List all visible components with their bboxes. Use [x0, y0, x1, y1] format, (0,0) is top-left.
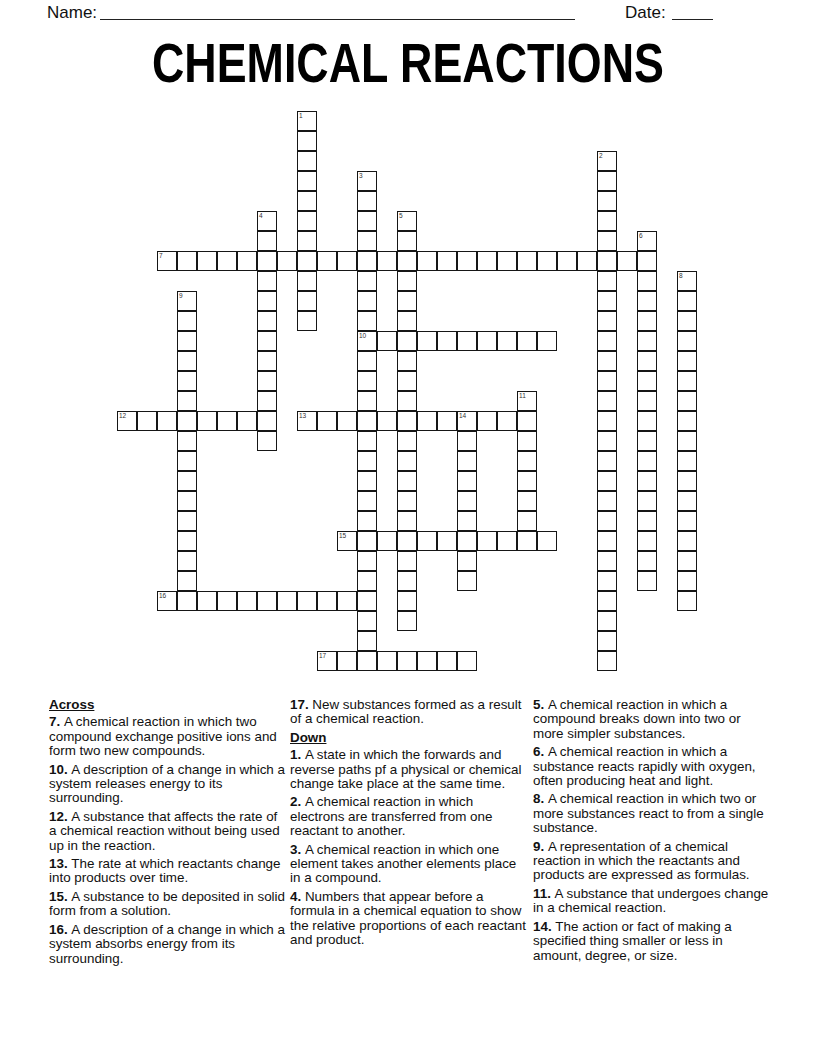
grid-cell[interactable] — [397, 571, 417, 591]
grid-cell[interactable] — [617, 251, 637, 271]
clue-item: 7. A chemical reaction in which two comp… — [49, 715, 286, 758]
grid-cell[interactable] — [277, 251, 297, 271]
grid-cell[interactable] — [197, 251, 217, 271]
grid-cell[interactable] — [417, 531, 437, 551]
grid-cell[interactable] — [377, 251, 397, 271]
grid-cell[interactable] — [517, 511, 537, 531]
clue-item: 6. A chemical reaction in which a substa… — [533, 745, 770, 788]
clue-item: 4. Numbers that appear before a formula … — [290, 890, 527, 948]
grid-cell[interactable] — [597, 491, 617, 511]
clue-item: 12. A substance that affects the rate of… — [49, 810, 286, 853]
grid-cell[interactable] — [597, 311, 617, 331]
clue-number: 13. — [49, 856, 71, 871]
grid-cell[interactable] — [677, 491, 697, 511]
grid-cell[interactable] — [397, 231, 417, 251]
grid-cell[interactable] — [257, 351, 277, 371]
clue-number: 2. — [290, 794, 305, 809]
grid-cell[interactable] — [677, 591, 697, 611]
grid-cell[interactable] — [597, 571, 617, 591]
clue-number: 15. — [49, 889, 71, 904]
crossword-grid: 1234567891011121314151617 — [117, 111, 697, 671]
grid-cell[interactable] — [437, 411, 457, 431]
grid-cell[interactable] — [637, 271, 657, 291]
grid-cell[interactable] — [357, 371, 377, 391]
grid-cell[interactable] — [177, 371, 197, 391]
grid-cell[interactable] — [457, 451, 477, 471]
grid-cell[interactable] — [237, 251, 257, 271]
grid-cell[interactable] — [637, 351, 657, 371]
grid-cell[interactable] — [397, 251, 417, 271]
grid-cell[interactable] — [517, 331, 537, 351]
grid-cell[interactable] — [357, 491, 377, 511]
grid-cell[interactable] — [397, 411, 417, 431]
grid-cell[interactable] — [577, 251, 597, 271]
grid-cell[interactable] — [257, 591, 277, 611]
grid-cell[interactable] — [297, 231, 317, 251]
clue-item: 1. A state in which the forwards and rev… — [290, 748, 527, 791]
grid-cell[interactable] — [117, 411, 137, 431]
grid-cell[interactable] — [677, 371, 697, 391]
clue-item: 17. New substances formed as a result of… — [290, 698, 527, 727]
grid-cell[interactable] — [597, 271, 617, 291]
grid-cell[interactable] — [637, 231, 657, 251]
grid-cell[interactable] — [157, 591, 177, 611]
grid-cell[interactable] — [397, 451, 417, 471]
clue-number: 6. — [533, 744, 548, 759]
grid-cell[interactable] — [517, 531, 537, 551]
clue-item: 3. A chemical reaction in which one elem… — [290, 843, 527, 886]
grid-cell[interactable] — [257, 271, 277, 291]
grid-cell[interactable] — [677, 531, 697, 551]
grid-cell[interactable] — [377, 531, 397, 551]
grid-cell[interactable] — [497, 331, 517, 351]
grid-cell[interactable] — [637, 431, 657, 451]
grid-cell[interactable] — [457, 431, 477, 451]
grid-cell[interactable] — [257, 211, 277, 231]
grid-cell[interactable] — [637, 511, 657, 531]
grid-cell[interactable] — [597, 591, 617, 611]
grid-cell[interactable] — [397, 431, 417, 451]
grid-cell[interactable] — [517, 411, 537, 431]
clue-column: Across7. A chemical reaction in which tw… — [49, 698, 286, 970]
grid-cell[interactable] — [437, 651, 457, 671]
grid-cell[interactable] — [357, 591, 377, 611]
grid-cell[interactable] — [357, 391, 377, 411]
grid-cell[interactable] — [397, 491, 417, 511]
grid-cell[interactable] — [297, 211, 317, 231]
grid-cell[interactable] — [677, 331, 697, 351]
grid-cell[interactable] — [177, 551, 197, 571]
grid-cell[interactable] — [637, 471, 657, 491]
grid-cell[interactable] — [637, 391, 657, 411]
grid-cell[interactable] — [477, 251, 497, 271]
grid-cell[interactable] — [537, 251, 557, 271]
date-blank-line — [672, 3, 713, 20]
clue-item: 13. The rate at which reactants change i… — [49, 857, 286, 886]
grid-cell[interactable] — [457, 651, 477, 671]
grid-cell[interactable] — [597, 531, 617, 551]
grid-cell[interactable] — [297, 191, 317, 211]
clue-item: 15. A substance to be deposited in solid… — [49, 890, 286, 919]
grid-cell[interactable] — [457, 531, 477, 551]
grid-cell[interactable] — [297, 291, 317, 311]
grid-cell[interactable] — [457, 511, 477, 531]
clue-header-across: Across — [49, 698, 286, 712]
grid-cell[interactable] — [517, 391, 537, 411]
clue-number: 5. — [533, 697, 548, 712]
clue-number: 17. — [290, 697, 312, 712]
grid-cell[interactable] — [537, 531, 557, 551]
grid-cell[interactable] — [597, 291, 617, 311]
grid-cell[interactable] — [677, 551, 697, 571]
grid-cell[interactable] — [677, 451, 697, 471]
grid-cell[interactable] — [597, 611, 617, 631]
grid-cell[interactable] — [517, 451, 537, 471]
grid-cell[interactable] — [357, 531, 377, 551]
grid-cell[interactable] — [357, 431, 377, 451]
grid-cell[interactable] — [477, 411, 497, 431]
grid-cell[interactable] — [677, 571, 697, 591]
grid-cell[interactable] — [597, 371, 617, 391]
grid-cell[interactable] — [357, 471, 377, 491]
grid-cell[interactable] — [177, 431, 197, 451]
grid-cell[interactable] — [177, 571, 197, 591]
grid-cell[interactable] — [597, 191, 617, 211]
grid-cell[interactable] — [297, 251, 317, 271]
clue-number: 8. — [533, 791, 548, 806]
grid-cell[interactable] — [257, 371, 277, 391]
grid-cell[interactable] — [637, 451, 657, 471]
clue-item: 9. A representation of a chemical reacti… — [533, 840, 770, 883]
grid-cell[interactable] — [357, 171, 377, 191]
grid-cell[interactable] — [677, 351, 697, 371]
grid-cell[interactable] — [357, 231, 377, 251]
grid-cell[interactable] — [677, 311, 697, 331]
grid-cell[interactable] — [317, 251, 337, 271]
grid-cell[interactable] — [597, 511, 617, 531]
grid-cell[interactable] — [217, 411, 237, 431]
grid-cell[interactable] — [397, 471, 417, 491]
grid-cell[interactable] — [357, 331, 377, 351]
grid-cell[interactable] — [597, 631, 617, 651]
grid-cell[interactable] — [177, 591, 197, 611]
grid-cell[interactable] — [517, 491, 537, 511]
grid-cell[interactable] — [457, 331, 477, 351]
grid-cell[interactable] — [497, 531, 517, 551]
clue-number: 7. — [49, 714, 64, 729]
grid-cell[interactable] — [417, 251, 437, 271]
grid-cell[interactable] — [517, 431, 537, 451]
grid-cell[interactable] — [597, 451, 617, 471]
grid-cell[interactable] — [177, 291, 197, 311]
grid-cell[interactable] — [637, 571, 657, 591]
grid-cell[interactable] — [397, 291, 417, 311]
grid-cell[interactable] — [637, 371, 657, 391]
worksheet-page: Name: Date: CHEMICAL REACTIONS 123456789… — [0, 0, 816, 1056]
grid-cell[interactable] — [677, 411, 697, 431]
grid-cell[interactable] — [357, 551, 377, 571]
grid-cell[interactable] — [297, 171, 317, 191]
grid-cell[interactable] — [677, 431, 697, 451]
grid-cell[interactable] — [597, 391, 617, 411]
grid-cell[interactable] — [157, 411, 177, 431]
clue-item: 2. A chemical reaction in which electron… — [290, 795, 527, 838]
grid-cell[interactable] — [437, 531, 457, 551]
grid-cell[interactable] — [357, 451, 377, 471]
grid-cell[interactable] — [317, 591, 337, 611]
grid-cell[interactable] — [597, 351, 617, 371]
grid-cell[interactable] — [597, 431, 617, 451]
grid-cell[interactable] — [377, 411, 397, 431]
grid-cell[interactable] — [677, 511, 697, 531]
grid-cell[interactable] — [257, 291, 277, 311]
grid-cell[interactable] — [397, 511, 417, 531]
grid-cell[interactable] — [257, 391, 277, 411]
grid-cell[interactable] — [457, 571, 477, 591]
grid-cell[interactable] — [177, 471, 197, 491]
clue-number: 1. — [290, 747, 305, 762]
grid-cell[interactable] — [457, 491, 477, 511]
grid-cell[interactable] — [417, 411, 437, 431]
grid-cell[interactable] — [377, 331, 397, 351]
grid-cell[interactable] — [597, 251, 617, 271]
name-blank-line — [100, 3, 575, 20]
grid-cell[interactable] — [177, 391, 197, 411]
grid-cell[interactable] — [397, 331, 417, 351]
grid-cell[interactable] — [637, 551, 657, 571]
grid-cell[interactable] — [517, 471, 537, 491]
clue-number: 14. — [533, 919, 555, 934]
grid-cell[interactable] — [637, 411, 657, 431]
grid-cell[interactable] — [297, 411, 317, 431]
grid-cell[interactable] — [317, 651, 337, 671]
grid-cell[interactable] — [217, 591, 237, 611]
grid-cell[interactable] — [677, 291, 697, 311]
grid-cell[interactable] — [357, 351, 377, 371]
grid-cell[interactable] — [217, 251, 237, 271]
grid-cell[interactable] — [357, 211, 377, 231]
grid-cell[interactable] — [337, 651, 357, 671]
grid-cell[interactable] — [397, 271, 417, 291]
clue-item: 11. A substance that undergoes change in… — [533, 887, 770, 916]
clue-item: 5. A chemical reaction in which a compou… — [533, 698, 770, 741]
grid-cell[interactable] — [357, 511, 377, 531]
title-wrap: CHEMICAL REACTIONS — [0, 30, 816, 95]
clue-number: 3. — [290, 842, 305, 857]
grid-cell[interactable] — [357, 631, 377, 651]
grid-cell[interactable] — [297, 151, 317, 171]
grid-cell[interactable] — [297, 111, 317, 131]
grid-cell[interactable] — [177, 451, 197, 471]
grid-cell[interactable] — [357, 411, 377, 431]
page-title: CHEMICAL REACTIONS — [152, 30, 664, 95]
grid-cell[interactable] — [457, 411, 477, 431]
grid-cell[interactable] — [397, 551, 417, 571]
clue-column: 17. New substances formed as a result of… — [290, 698, 527, 952]
grid-cell[interactable] — [397, 311, 417, 331]
grid-cell[interactable] — [637, 531, 657, 551]
grid-cell[interactable] — [477, 531, 497, 551]
grid-cell[interactable] — [337, 251, 357, 271]
clue-number: 10. — [49, 762, 71, 777]
clue-item: 8. A chemical reaction in which two or m… — [533, 792, 770, 835]
grid-cell[interactable] — [297, 131, 317, 151]
grid-cell[interactable] — [677, 271, 697, 291]
grid-cell[interactable] — [157, 251, 177, 271]
clue-number: 16. — [49, 922, 71, 937]
grid-cell[interactable] — [417, 651, 437, 671]
grid-cell[interactable] — [677, 471, 697, 491]
grid-cell[interactable] — [597, 151, 617, 171]
grid-cell[interactable] — [257, 231, 277, 251]
grid-cell[interactable] — [177, 491, 197, 511]
name-label: Name: — [47, 3, 97, 23]
grid-cell[interactable] — [377, 651, 397, 671]
clue-item: 16. A description of a change in which a… — [49, 923, 286, 966]
clue-item: 14. The action or fact of making a speci… — [533, 920, 770, 963]
grid-cell[interactable] — [357, 651, 377, 671]
grid-cell[interactable] — [177, 351, 197, 371]
clue-header-down: Down — [290, 731, 527, 745]
grid-cell[interactable] — [357, 291, 377, 311]
grid-cell[interactable] — [597, 231, 617, 251]
grid-cell[interactable] — [597, 551, 617, 571]
grid-cell[interactable] — [397, 611, 417, 631]
grid-cell[interactable] — [337, 591, 357, 611]
grid-cell[interactable] — [297, 271, 317, 291]
grid-cell[interactable] — [637, 251, 657, 271]
grid-cell[interactable] — [397, 211, 417, 231]
grid-cell[interactable] — [537, 331, 557, 351]
grid-cell[interactable] — [637, 491, 657, 511]
grid-cell[interactable] — [597, 331, 617, 351]
grid-cell[interactable] — [397, 651, 417, 671]
grid-cell[interactable] — [597, 211, 617, 231]
grid-cell[interactable] — [257, 311, 277, 331]
grid-cell[interactable] — [637, 311, 657, 331]
grid-cell[interactable] — [597, 171, 617, 191]
grid-cell[interactable] — [457, 551, 477, 571]
grid-cell[interactable] — [517, 251, 537, 271]
clue-column: 5. A chemical reaction in which a compou… — [533, 698, 770, 967]
grid-cell[interactable] — [237, 591, 257, 611]
grid-cell[interactable] — [357, 571, 377, 591]
grid-cell[interactable] — [417, 331, 437, 351]
grid-cell[interactable] — [437, 251, 457, 271]
grid-cell[interactable] — [497, 251, 517, 271]
grid-cell[interactable] — [177, 251, 197, 271]
grid-cell[interactable] — [277, 591, 297, 611]
grid-cell[interactable] — [197, 591, 217, 611]
grid-cell[interactable] — [317, 411, 337, 431]
grid-cell[interactable] — [177, 511, 197, 531]
grid-cell[interactable] — [357, 251, 377, 271]
grid-cell[interactable] — [637, 331, 657, 351]
grid-cell[interactable] — [477, 331, 497, 351]
grid-cell[interactable] — [357, 611, 377, 631]
clue-number: 11. — [533, 886, 555, 901]
grid-cell[interactable] — [177, 411, 197, 431]
grid-cell[interactable] — [397, 591, 417, 611]
grid-cell[interactable] — [397, 371, 417, 391]
grid-cell[interactable] — [177, 311, 197, 331]
grid-cell[interactable] — [437, 331, 457, 351]
grid-cell[interactable] — [257, 431, 277, 451]
grid-cell[interactable] — [357, 271, 377, 291]
grid-cell[interactable] — [237, 411, 257, 431]
clue-number: 12. — [49, 809, 71, 824]
grid-cell[interactable] — [597, 471, 617, 491]
grid-cell[interactable] — [497, 411, 517, 431]
grid-cell[interactable] — [297, 311, 317, 331]
grid-cell[interactable] — [177, 331, 197, 351]
grid-cell[interactable] — [457, 471, 477, 491]
grid-cell[interactable] — [257, 331, 277, 351]
grid-cell[interactable] — [357, 311, 377, 331]
grid-cell[interactable] — [677, 391, 697, 411]
grid-cell[interactable] — [177, 531, 197, 551]
clue-number: 9. — [533, 839, 548, 854]
grid-cell[interactable] — [557, 251, 577, 271]
grid-cell[interactable] — [137, 411, 157, 431]
grid-cell[interactable] — [397, 351, 417, 371]
grid-cell[interactable] — [597, 411, 617, 431]
grid-cell[interactable] — [597, 651, 617, 671]
grid-cell[interactable] — [197, 411, 217, 431]
grid-cell[interactable] — [457, 251, 477, 271]
grid-cell[interactable] — [357, 191, 377, 211]
clue-item: 10. A description of a change in which a… — [49, 763, 286, 806]
grid-cell[interactable] — [257, 251, 277, 271]
clue-number: 4. — [290, 889, 305, 904]
grid-cell[interactable] — [397, 531, 417, 551]
grid-cell[interactable] — [257, 411, 277, 431]
date-label: Date: — [625, 3, 666, 23]
grid-cell[interactable] — [397, 391, 417, 411]
grid-cell[interactable] — [337, 531, 357, 551]
grid-cell[interactable] — [337, 411, 357, 431]
grid-cell[interactable] — [637, 291, 657, 311]
grid-cell[interactable] — [297, 591, 317, 611]
